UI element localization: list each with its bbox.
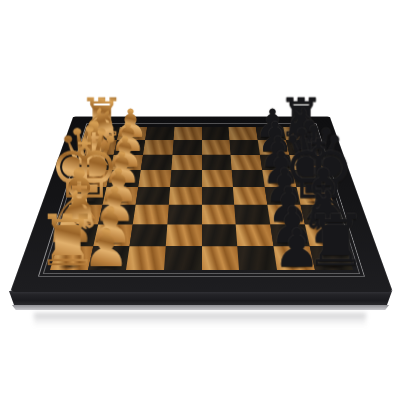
chess-board-photo: ♜♟♟♜♞♟♟♞♝♟♟♝♛♟♟♛♚♟♟♚♝♟♟♝♞♟♟♞♜♟♟♜ <box>0 0 400 400</box>
square-h5[interactable] <box>201 246 239 270</box>
square-f5[interactable] <box>201 205 236 225</box>
black-rook-h8[interactable]: ♜ <box>303 205 367 276</box>
board-bottom-lip <box>12 305 389 310</box>
square-a6[interactable] <box>228 127 257 140</box>
square-d5[interactable] <box>201 170 233 187</box>
board-grid: ♜♟♟♜♞♟♟♞♝♟♟♝♛♟♟♛♚♟♟♚♝♟♟♝♞♟♟♞♜♟♟♜ <box>50 127 353 270</box>
square-d4[interactable] <box>169 170 201 187</box>
square-a4[interactable] <box>173 127 201 140</box>
square-e5[interactable] <box>201 187 234 205</box>
square-h4[interactable] <box>163 246 201 270</box>
white-rook-h1[interactable]: ♜ <box>35 205 99 276</box>
board-front-edge <box>9 291 392 306</box>
square-a5[interactable] <box>201 127 229 140</box>
square-h8[interactable]: ♜ <box>309 246 352 270</box>
square-f4[interactable] <box>166 205 201 225</box>
square-c5[interactable] <box>201 155 231 170</box>
square-a3[interactable] <box>145 127 174 140</box>
board-shadow-reflection <box>34 313 366 327</box>
square-h1[interactable]: ♜ <box>50 246 93 270</box>
square-c4[interactable] <box>171 155 201 170</box>
chessboard: ♜♟♟♜♞♟♟♞♝♟♟♝♛♟♟♛♚♟♟♚♝♟♟♝♞♟♟♞♜♟♟♜ <box>10 116 393 292</box>
square-e4[interactable] <box>168 187 201 205</box>
